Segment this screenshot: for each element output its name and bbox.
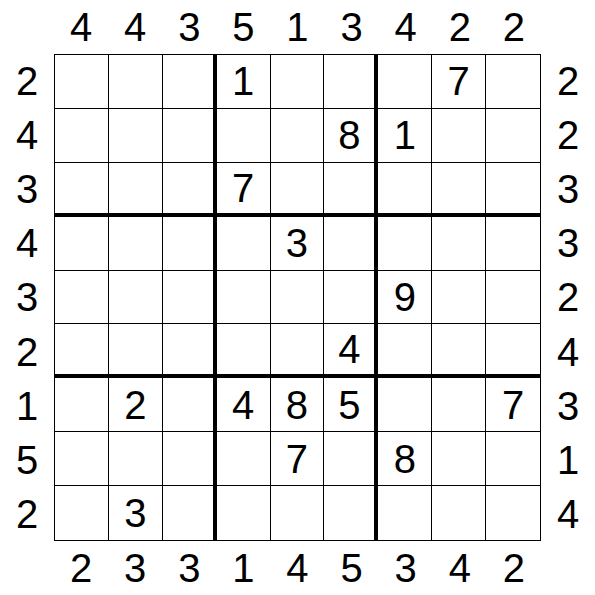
cell-r3c6[interactable] <box>324 163 378 217</box>
skyscraper-sudoku-puzzle: 443513422 243432152 223324314 233145342 … <box>0 0 595 595</box>
cell-r6c7[interactable] <box>378 324 432 378</box>
clue-right-1: 2 <box>541 54 595 108</box>
cell-r7c2-given[interactable]: 2 <box>109 378 163 432</box>
cell-r5c3[interactable] <box>163 271 217 325</box>
cell-r5c9[interactable] <box>486 271 540 325</box>
clue-bottom-6: 5 <box>325 541 379 595</box>
clue-bottom-5: 4 <box>270 541 324 595</box>
cell-r4c2[interactable] <box>109 217 163 271</box>
cell-r3c2[interactable] <box>109 163 163 217</box>
cell-r3c1[interactable] <box>55 163 109 217</box>
clue-left-6: 2 <box>0 325 54 379</box>
cell-r3c3[interactable] <box>163 163 217 217</box>
cell-r8c7-given[interactable]: 8 <box>378 432 432 486</box>
cell-r5c7-given[interactable]: 9 <box>378 271 432 325</box>
cell-r4c3[interactable] <box>163 217 217 271</box>
cell-r3c4-given[interactable]: 7 <box>217 163 271 217</box>
clue-top-5: 1 <box>270 0 324 54</box>
top-clues: 443513422 <box>54 0 541 54</box>
clue-right-7: 3 <box>541 379 595 433</box>
cell-r1c7[interactable] <box>378 55 432 109</box>
cell-r9c3[interactable] <box>163 486 217 540</box>
clue-bottom-8: 4 <box>433 541 487 595</box>
clue-right-8: 1 <box>541 433 595 487</box>
clue-right-4: 3 <box>541 216 595 270</box>
cell-r2c9[interactable] <box>486 109 540 163</box>
cell-r8c8[interactable] <box>432 432 486 486</box>
cell-r7c6-given[interactable]: 5 <box>324 378 378 432</box>
cell-r4c6[interactable] <box>324 217 378 271</box>
cell-r4c8[interactable] <box>432 217 486 271</box>
cell-r7c1[interactable] <box>55 378 109 432</box>
cell-r8c6[interactable] <box>324 432 378 486</box>
cell-r1c8-given[interactable]: 7 <box>432 55 486 109</box>
cell-r6c6-given[interactable]: 4 <box>324 324 378 378</box>
clue-right-5: 2 <box>541 270 595 324</box>
cell-r4c5-given[interactable]: 3 <box>271 217 325 271</box>
clue-top-8: 2 <box>433 0 487 54</box>
cell-r7c4-given[interactable]: 4 <box>217 378 271 432</box>
cell-r9c5[interactable] <box>271 486 325 540</box>
cell-r3c7[interactable] <box>378 163 432 217</box>
cell-r1c3[interactable] <box>163 55 217 109</box>
cell-r9c1[interactable] <box>55 486 109 540</box>
cell-r8c4[interactable] <box>217 432 271 486</box>
cell-r7c9-given[interactable]: 7 <box>486 378 540 432</box>
cell-r8c9[interactable] <box>486 432 540 486</box>
cell-r4c7[interactable] <box>378 217 432 271</box>
cell-r5c2[interactable] <box>109 271 163 325</box>
cell-r6c9[interactable] <box>486 324 540 378</box>
clue-bottom-1: 2 <box>54 541 108 595</box>
cell-r8c5-given[interactable]: 7 <box>271 432 325 486</box>
cell-r6c5[interactable] <box>271 324 325 378</box>
bottom-clues: 233145342 <box>54 541 541 595</box>
clue-top-1: 4 <box>54 0 108 54</box>
cell-r9c6[interactable] <box>324 486 378 540</box>
cell-r8c1[interactable] <box>55 432 109 486</box>
cell-r3c9[interactable] <box>486 163 540 217</box>
cell-r5c4[interactable] <box>217 271 271 325</box>
cell-r8c2[interactable] <box>109 432 163 486</box>
clue-left-2: 4 <box>0 108 54 162</box>
cell-r3c8[interactable] <box>432 163 486 217</box>
clue-top-4: 5 <box>216 0 270 54</box>
clue-left-3: 3 <box>0 162 54 216</box>
clue-top-6: 3 <box>325 0 379 54</box>
cell-r6c1[interactable] <box>55 324 109 378</box>
cell-r6c3[interactable] <box>163 324 217 378</box>
cell-r2c4[interactable] <box>217 109 271 163</box>
cell-r9c4[interactable] <box>217 486 271 540</box>
cell-r7c5-given[interactable]: 8 <box>271 378 325 432</box>
cell-r4c9[interactable] <box>486 217 540 271</box>
clue-bottom-2: 3 <box>108 541 162 595</box>
cell-r1c5[interactable] <box>271 55 325 109</box>
clue-top-2: 4 <box>108 0 162 54</box>
clue-top-3: 3 <box>162 0 216 54</box>
cell-r2c2[interactable] <box>109 109 163 163</box>
clue-left-7: 1 <box>0 379 54 433</box>
cell-r9c8[interactable] <box>432 486 486 540</box>
cell-r5c1[interactable] <box>55 271 109 325</box>
clue-left-4: 4 <box>0 216 54 270</box>
cell-r1c4-given[interactable]: 1 <box>217 55 271 109</box>
cell-r1c2[interactable] <box>109 55 163 109</box>
cell-r8c3[interactable] <box>163 432 217 486</box>
cell-r7c3[interactable] <box>163 378 217 432</box>
right-clues: 223324314 <box>541 54 595 541</box>
clue-left-8: 5 <box>0 433 54 487</box>
cell-r2c1[interactable] <box>55 109 109 163</box>
clue-right-3: 3 <box>541 162 595 216</box>
sudoku-board: 1781739424857783 <box>54 54 541 541</box>
clue-left-5: 3 <box>0 270 54 324</box>
clue-left-9: 2 <box>0 487 54 541</box>
clue-left-1: 2 <box>0 54 54 108</box>
cell-r7c8[interactable] <box>432 378 486 432</box>
cell-r6c8[interactable] <box>432 324 486 378</box>
clue-bottom-9: 2 <box>487 541 541 595</box>
cell-r1c9[interactable] <box>486 55 540 109</box>
cell-r9c2-given[interactable]: 3 <box>109 486 163 540</box>
clue-bottom-7: 3 <box>379 541 433 595</box>
clue-top-7: 4 <box>379 0 433 54</box>
clue-right-6: 4 <box>541 325 595 379</box>
cell-r9c7[interactable] <box>378 486 432 540</box>
clue-right-2: 2 <box>541 108 595 162</box>
cell-r7c7[interactable] <box>378 378 432 432</box>
left-clues: 243432152 <box>0 54 54 541</box>
clue-top-9: 2 <box>487 0 541 54</box>
cell-r4c4[interactable] <box>217 217 271 271</box>
cell-r2c7-given[interactable]: 1 <box>378 109 432 163</box>
cell-r6c2[interactable] <box>109 324 163 378</box>
cell-r5c6[interactable] <box>324 271 378 325</box>
cell-r1c1[interactable] <box>55 55 109 109</box>
cell-r3c5[interactable] <box>271 163 325 217</box>
cell-r9c9[interactable] <box>486 486 540 540</box>
cell-r2c5[interactable] <box>271 109 325 163</box>
cell-r5c8[interactable] <box>432 271 486 325</box>
cell-r1c6[interactable] <box>324 55 378 109</box>
clue-bottom-4: 1 <box>216 541 270 595</box>
clue-right-9: 4 <box>541 487 595 541</box>
cell-r2c8[interactable] <box>432 109 486 163</box>
cell-r4c1[interactable] <box>55 217 109 271</box>
cell-r2c6-given[interactable]: 8 <box>324 109 378 163</box>
cell-r6c4[interactable] <box>217 324 271 378</box>
cell-r2c3[interactable] <box>163 109 217 163</box>
cell-r5c5[interactable] <box>271 271 325 325</box>
clue-bottom-3: 3 <box>162 541 216 595</box>
